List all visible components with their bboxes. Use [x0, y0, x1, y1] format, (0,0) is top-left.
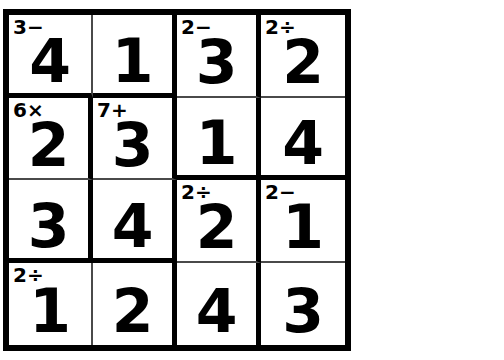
cell-r4c2[interactable]: 2 [93, 263, 177, 346]
cage-clue: 7+ [97, 99, 128, 121]
kenken-board: 3− 4 1 2− 3 2÷ 2 6× 2 7+ 3 1 4 3 4 2÷ 2 [3, 9, 351, 351]
cell-r1c3[interactable]: 2− 3 [177, 15, 261, 98]
cell-value: 4 [196, 267, 238, 341]
cage-clue: 3− [13, 16, 44, 38]
cell-r2c2[interactable]: 7+ 3 [93, 98, 177, 181]
cage-clue: 6× [13, 99, 44, 121]
cell-r1c2[interactable]: 1 [93, 15, 177, 98]
cell-r4c4[interactable]: 3 [261, 263, 345, 346]
cell-value: 1 [112, 17, 154, 91]
cell-value: 3 [282, 267, 324, 341]
cell-r1c4[interactable]: 2÷ 2 [261, 15, 345, 98]
cell-value: 2 [112, 267, 154, 341]
cell-r3c3[interactable]: 2÷ 2 [177, 180, 261, 263]
cell-value: 4 [282, 99, 324, 173]
cage-clue: 2− [181, 16, 212, 38]
cell-r1c1[interactable]: 3− 4 [9, 15, 93, 98]
cell-value: 1 [196, 99, 238, 173]
cell-r3c1[interactable]: 3 [9, 180, 93, 263]
cell-r4c1[interactable]: 2÷ 1 [9, 263, 93, 346]
cell-value: 4 [112, 182, 154, 256]
cell-r3c2[interactable]: 4 [93, 180, 177, 263]
cell-r3c4[interactable]: 2− 1 [261, 180, 345, 263]
cage-clue: 2÷ [181, 181, 212, 203]
cage-clue: 2− [265, 181, 296, 203]
cell-r4c3[interactable]: 4 [177, 263, 261, 346]
cell-value: 3 [28, 182, 70, 256]
cell-r2c1[interactable]: 6× 2 [9, 98, 93, 181]
cell-r2c4[interactable]: 4 [261, 98, 345, 181]
cell-r2c3[interactable]: 1 [177, 98, 261, 181]
cage-clue: 2÷ [13, 264, 44, 286]
cage-clue: 2÷ [265, 16, 296, 38]
